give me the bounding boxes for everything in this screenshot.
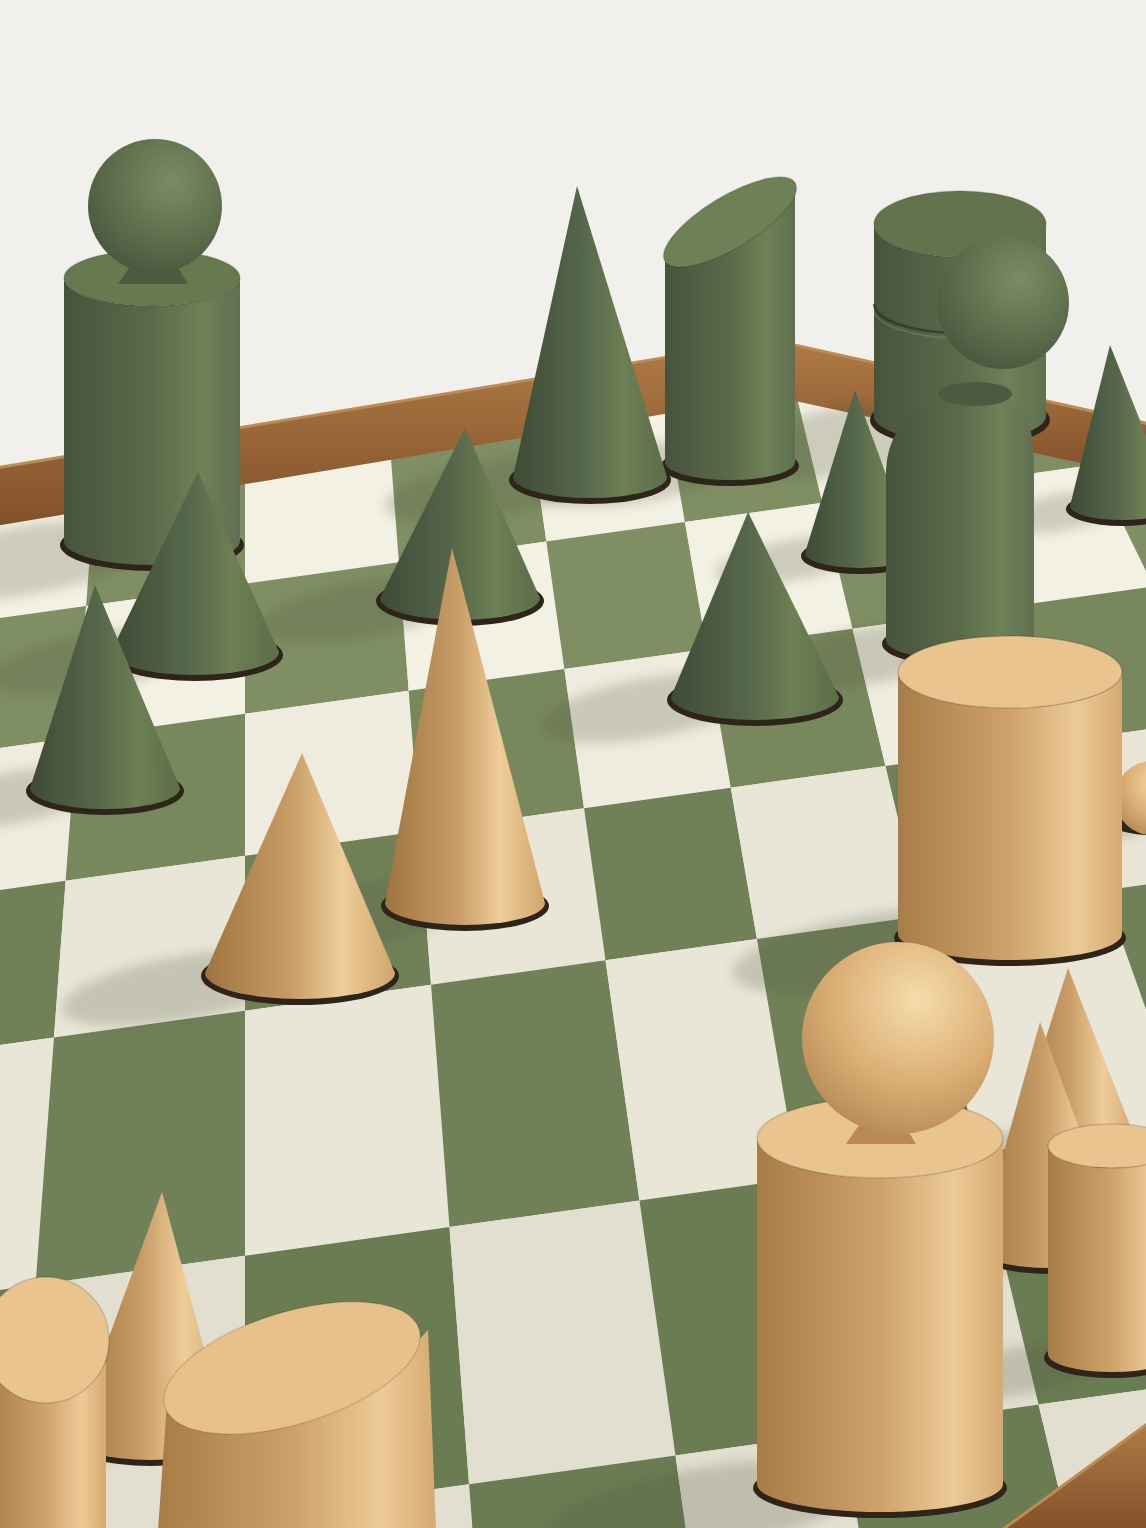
square-c3-r5 <box>449 1200 675 1484</box>
board-photo-svg <box>0 0 1146 1528</box>
wood-rook-right <box>894 636 1126 966</box>
wood-rook-left <box>0 1277 109 1528</box>
square-c4-r3 <box>584 788 757 961</box>
wood-rook-far-right <box>1044 1124 1146 1378</box>
square-c4-r1 <box>546 522 706 669</box>
square-c3-r4 <box>431 960 639 1227</box>
square-c2-r4 <box>245 985 449 1256</box>
square-c1-r4 <box>36 1011 245 1285</box>
chess-set-photo <box>0 0 1146 1528</box>
